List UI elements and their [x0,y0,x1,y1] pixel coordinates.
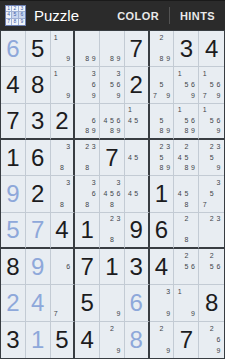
user-digit: 5 [1,213,25,247]
pencil-mark: 5 [133,152,139,163]
given-digit: 4 [1,67,25,102]
pencil-mark: 9 [215,163,222,174]
pencil-mark: 6 [215,261,222,272]
cell-r3c9[interactable]: 1569 [199,104,224,140]
user-digit: 6 [1,31,25,66]
pencil-mark: 6 [115,79,122,90]
user-digit: 8 [125,322,148,358]
given-digit: 7 [75,249,99,284]
pencil-mark: 2 [158,141,165,152]
pencil-mark: 6 [190,261,197,272]
pencil-mark: 6 [190,79,197,90]
cell-r1c4[interactable]: 89 [75,31,100,67]
cell-r8c4[interactable]: 5 [75,285,100,321]
pencil-mark: 9 [115,308,122,319]
pencil-marks: 89 [77,32,97,64]
cell-r2c3[interactable]: 19 [51,67,76,103]
cell-r3c3[interactable]: 2 [51,104,76,140]
pencil-marks: 589 [152,105,172,136]
cell-r3c1[interactable]: 7 [1,104,26,140]
cell-r5c6[interactable]: 45 [125,176,150,212]
cell-r4c7[interactable]: 23589 [150,140,175,176]
pencil-marks: 238 [77,141,97,173]
pencil-marks: 34568 [102,177,122,209]
pencil-mark: 9 [190,308,197,319]
pencil-mark: 1 [176,286,183,297]
cell-r1c8[interactable]: 3 [174,31,199,67]
pencil-mark: 5 [208,115,215,125]
cell-r6c1[interactable]: 5 [1,213,26,249]
cell-r5c3[interactable]: 38 [51,176,76,212]
pencil-mark: 2 [208,250,215,261]
pencil-mark: 5 [183,79,190,90]
pencil-mark: 7 [201,199,208,210]
cell-r5c8[interactable]: 458 [174,176,199,212]
pencil-mark: 8 [183,126,190,136]
pencil-mark: 8 [84,54,91,65]
cell-r9c7[interactable]: 29 [150,322,175,358]
pencil-mark: 9 [65,54,71,65]
pencil-marks: 45 [127,177,146,209]
pencil-marks: 256 [201,250,222,282]
pencil-mark: 3 [215,214,222,224]
pencil-mark: 8 [158,126,165,136]
pencil-mark: 3 [115,68,122,79]
pencil-mark: 5 [158,115,165,125]
pencil-marks: 9 [102,286,122,318]
pencil-marks: 15689 [176,105,196,136]
cell-r4c9[interactable]: 2359 [199,140,224,176]
pencil-mark: 1 [53,32,59,43]
pencil-mark: 2 [109,323,116,334]
pencil-marks: 145 [127,105,146,136]
pencil-mark: 9 [215,90,222,101]
pencil-mark: 3 [165,286,172,297]
cell-r2c9[interactable]: 15679 [199,67,224,103]
given-digit: 8 [199,285,224,320]
pencil-mark: 4 [176,152,183,163]
pencil-mark: 3 [91,177,98,188]
cell-r4c8[interactable]: 24589 [174,140,199,176]
pencil-mark: 9 [190,126,197,136]
pencil-mark: 2 [183,214,190,224]
cell-r8c5[interactable]: 9 [100,285,125,321]
pencil-mark: 5 [133,188,139,199]
pencil-marks: 24589 [176,141,196,173]
user-digit: 6 [125,285,148,320]
pencil-mark: 5 [109,115,116,125]
user-digit: 9 [26,249,50,284]
pencil-mark: 8 [158,54,165,65]
pencil-mark: 3 [115,177,122,188]
cell-r4c4[interactable]: 238 [75,140,100,176]
given-digit: 1 [75,213,99,247]
pencil-mark: 6 [115,115,122,125]
pencil-marks: 38 [53,141,72,173]
given-digit: 3 [174,31,198,66]
pencil-mark: 1 [176,105,183,115]
pencil-mark: 2 [158,32,165,43]
cell-r4c6[interactable]: 45 [125,140,150,176]
cell-r6c7[interactable]: 6 [150,213,175,249]
pencil-marks: 23589 [152,141,172,173]
pencil-mark: 3 [65,177,71,188]
cell-r9c5[interactable]: 29 [100,322,125,358]
cell-r3c5[interactable]: 45689 [100,104,125,140]
cell-r5c4[interactable]: 368 [75,176,100,212]
pencil-mark: 9 [91,54,98,65]
pencil-marks: 368 [77,177,97,209]
given-digit: 3 [1,322,25,358]
cell-r2c2[interactable]: 8 [26,67,51,103]
pencil-marks: 19 [53,68,72,100]
pencil-marks: 238 [102,214,122,245]
pencil-mark: 5 [183,152,190,163]
pencil-mark: 6 [215,334,222,345]
sudoku-board: 6519898972893448193693569257915691567973… [0,30,225,359]
pencil-mark: 6 [91,188,98,199]
pencil-mark: 2 [183,250,190,261]
app-title: Puzzle [34,7,79,24]
given-digit: 2 [125,67,148,102]
cell-r9c3[interactable]: 5 [51,322,76,358]
pencil-mark: 1 [176,68,183,79]
cell-r7c4[interactable]: 7 [75,249,100,285]
given-digit: 1 [1,140,25,175]
given-digit: 5 [51,322,74,358]
pencil-marks: 19 [176,286,196,318]
pencil-marks: 1569 [176,68,196,100]
pencil-mark: 6 [215,115,222,125]
pencil-marks: 269 [201,323,222,356]
pencil-mark: 6 [190,115,197,125]
pencil-mark: 5 [109,79,116,90]
cell-r8c6[interactable]: 6 [125,285,150,321]
pencil-mark: 8 [158,163,165,174]
pencil-mark: 2 [183,141,190,152]
pencil-mark: 3 [215,177,222,188]
pencil-mark: 1 [201,105,208,115]
pencil-mark: 5 [183,188,190,199]
pencil-mark: 5 [208,261,215,272]
pencil-mark: 9 [215,126,222,136]
pencil-mark: 2 [158,323,165,334]
cell-r5c1[interactable]: 9 [1,176,26,212]
pencil-marks: 689 [77,105,97,136]
cell-r1c6[interactable]: 7 [125,31,150,67]
cell-r6c3[interactable]: 4 [51,213,76,249]
given-digit: 3 [125,249,148,284]
given-digit: 7 [100,140,124,175]
given-digit: 9 [125,213,148,247]
cell-r8c1[interactable]: 2 [1,285,26,321]
pencil-mark: 5 [158,152,165,163]
pencil-mark: 6 [65,261,71,272]
cell-r9c6[interactable]: 8 [125,322,150,358]
pencil-marks: 6 [53,250,72,282]
pencil-mark: 3 [115,214,122,224]
pencil-mark: 9 [165,345,172,356]
pencil-marks: 15679 [201,68,222,100]
pencil-mark: 8 [109,235,116,245]
cell-r5c5[interactable]: 34568 [100,176,125,212]
pencil-mark: 9 [115,90,122,101]
cell-r7c2[interactable]: 9 [26,249,51,285]
given-digit: 7 [1,104,25,138]
cell-r4c3[interactable]: 38 [51,140,76,176]
cell-r8c7[interactable]: 39 [150,285,175,321]
pencil-mark: 5 [208,188,215,199]
pencil-mark: 9 [115,345,122,356]
pencil-mark: 4 [176,188,183,199]
pencil-mark: 8 [59,199,65,210]
cell-r2c5[interactable]: 3569 [100,67,125,103]
pencil-mark: 1 [127,105,133,115]
pencil-mark: 9 [165,308,172,319]
pencil-mark: 8 [84,199,91,210]
user-digit: 4 [26,285,50,320]
app-bar: 123456789 Puzzle COLOR HINTS [0,0,225,30]
pencil-marks: 39 [152,286,172,318]
given-digit: 5 [26,31,50,66]
pencil-marks: 3569 [102,68,122,100]
pencil-mark: 3 [65,141,71,152]
pencil-marks: 1569 [201,105,222,136]
cell-r4c2[interactable]: 6 [26,140,51,176]
pencil-marks: 2359 [201,141,222,173]
cell-r8c9[interactable]: 8 [199,285,224,321]
cell-r8c2[interactable]: 4 [26,285,51,321]
cell-r7c5[interactable]: 1 [100,249,125,285]
cell-r5c9[interactable]: 357 [199,176,224,212]
given-digit: 4 [75,322,99,358]
color-button[interactable]: COLOR [107,1,169,31]
pencil-mark: 9 [215,345,222,356]
pencil-mark: 8 [59,163,65,174]
cell-r9c1[interactable]: 3 [1,322,26,358]
pencil-mark: 5 [158,79,165,90]
cell-r7c6[interactable]: 3 [125,249,150,285]
pencil-mark: 8 [183,235,190,245]
cell-r1c3[interactable]: 19 [51,31,76,67]
cell-r2c7[interactable]: 579 [150,67,175,103]
pencil-marks: 29 [152,323,172,356]
pencil-mark: 9 [91,126,98,136]
cell-r3c7[interactable]: 589 [150,104,175,140]
user-digit: 1 [26,322,50,358]
sudoku-grid-icon: 123456789 [5,5,26,26]
cell-r6c5[interactable]: 238 [100,213,125,249]
pencil-mark: 2 [208,323,215,334]
pencil-mark: 1 [201,68,208,79]
given-digit: 4 [199,31,224,66]
hints-button[interactable]: HINTS [170,1,225,31]
cell-r1c1[interactable]: 6 [1,31,26,67]
pencil-mark: 6 [115,188,122,199]
user-digit: 7 [26,213,50,247]
cell-r4c5[interactable]: 7 [100,140,125,176]
pencil-mark: 8 [109,199,116,210]
pencil-mark: 2 [109,214,116,224]
given-digit: 2 [51,104,74,138]
cell-r9c4[interactable]: 4 [75,322,100,358]
given-digit: 3 [26,104,50,138]
pencil-mark: 3 [215,141,222,152]
cell-r7c9[interactable]: 256 [199,249,224,285]
cell-r2c4[interactable]: 369 [75,67,100,103]
pencil-mark: 4 [102,188,109,199]
pencil-mark: 9 [165,163,172,174]
cell-r8c3[interactable]: 7 [51,285,76,321]
given-digit: 6 [26,140,50,175]
pencil-mark: 6 [91,115,98,125]
pencil-mark: 3 [91,141,98,152]
pencil-mark: 4 [102,115,109,125]
icon-digit: 9 [19,19,25,25]
cell-r3c2[interactable]: 3 [26,104,51,140]
pencil-marks: 23 [201,214,222,245]
cell-r6c6[interactable]: 9 [125,213,150,249]
pencil-marks: 38 [53,177,72,209]
cell-r6c2[interactable]: 7 [26,213,51,249]
given-digit: 7 [174,322,198,358]
cell-r1c2[interactable]: 5 [26,31,51,67]
user-digit: 2 [1,285,25,320]
pencil-marks: 29 [102,323,122,356]
given-digit: 1 [150,176,174,211]
pencil-mark: 7 [201,90,208,101]
pencil-marks: 7 [53,286,72,318]
cell-r3c4[interactable]: 689 [75,104,100,140]
cell-r2c8[interactable]: 1569 [174,67,199,103]
pencil-mark: 5 [208,152,215,163]
cell-r7c8[interactable]: 256 [174,249,199,285]
user-digit: 9 [1,176,25,211]
cell-r3c8[interactable]: 15689 [174,104,199,140]
pencil-mark: 8 [109,54,116,65]
pencil-mark: 9 [115,54,122,65]
given-digit: 5 [75,285,99,320]
given-digit: 8 [1,249,25,284]
pencil-mark: 9 [165,126,172,136]
pencil-marks: 458 [176,177,196,209]
pencil-mark: 5 [133,115,139,125]
given-digit: 2 [26,176,50,211]
pencil-marks: 19 [53,32,72,64]
pencil-mark: 7 [152,90,159,101]
pencil-mark: 2 [208,141,215,152]
pencil-mark: 8 [109,126,116,136]
given-digit: 6 [150,213,174,247]
pencil-mark: 9 [165,54,172,65]
pencil-mark: 9 [65,90,71,101]
cell-r6c4[interactable]: 1 [75,213,100,249]
pencil-marks: 28 [176,214,196,245]
pencil-mark: 8 [84,126,91,136]
pencil-mark: 9 [165,90,172,101]
pencil-mark: 5 [183,261,190,272]
pencil-mark: 8 [84,163,91,174]
pencil-mark: 9 [190,163,197,174]
cell-r9c2[interactable]: 1 [26,322,51,358]
given-digit: 8 [26,67,50,102]
pencil-marks: 579 [152,68,172,100]
cell-r5c7[interactable]: 1 [150,176,175,212]
cell-r1c9[interactable]: 4 [199,31,224,67]
cell-r6c9[interactable]: 23 [199,213,224,249]
pencil-mark: 1 [53,68,59,79]
pencil-marks: 89 [102,32,122,64]
pencil-mark: 6 [215,79,222,90]
cell-r9c9[interactable]: 269 [199,322,224,358]
pencil-mark: 8 [183,163,190,174]
pencil-marks: 45689 [102,105,122,136]
cell-r7c3[interactable]: 6 [51,249,76,285]
given-digit: 7 [125,31,148,66]
cell-r3c6[interactable]: 145 [125,104,150,140]
pencil-marks: 357 [201,177,222,209]
pencil-mark: 9 [115,126,122,136]
cell-r7c1[interactable]: 8 [1,249,26,285]
cell-r8c8[interactable]: 19 [174,285,199,321]
pencil-mark: 2 [208,214,215,224]
pencil-mark: 3 [165,141,172,152]
pencil-mark: 6 [91,79,98,90]
given-digit: 4 [150,249,174,284]
given-digit: 1 [100,249,124,284]
cell-r6c8[interactable]: 28 [174,213,199,249]
pencil-mark: 9 [91,90,98,101]
pencil-mark: 5 [109,188,116,199]
cell-r7c7[interactable]: 4 [150,249,175,285]
pencil-mark: 9 [190,90,197,101]
cell-r5c2[interactable]: 2 [26,176,51,212]
cell-r9c8[interactable]: 7 [174,322,199,358]
pencil-mark: 5 [183,115,190,125]
pencil-marks: 45 [127,141,146,173]
cell-r2c6[interactable]: 2 [125,67,150,103]
pencil-mark: 7 [53,308,59,319]
pencil-mark: 3 [91,68,98,79]
pencil-marks: 289 [152,32,172,64]
pencil-mark: 5 [208,79,215,90]
cell-r1c7[interactable]: 289 [150,31,175,67]
cell-r2c1[interactable]: 4 [1,67,26,103]
pencil-marks: 369 [77,68,97,100]
given-digit: 4 [51,213,74,247]
pencil-marks: 256 [176,250,196,282]
cell-r1c5[interactable]: 89 [100,31,125,67]
pencil-mark: 2 [84,141,91,152]
cell-r4c1[interactable]: 1 [1,140,26,176]
pencil-mark: 8 [183,199,190,210]
